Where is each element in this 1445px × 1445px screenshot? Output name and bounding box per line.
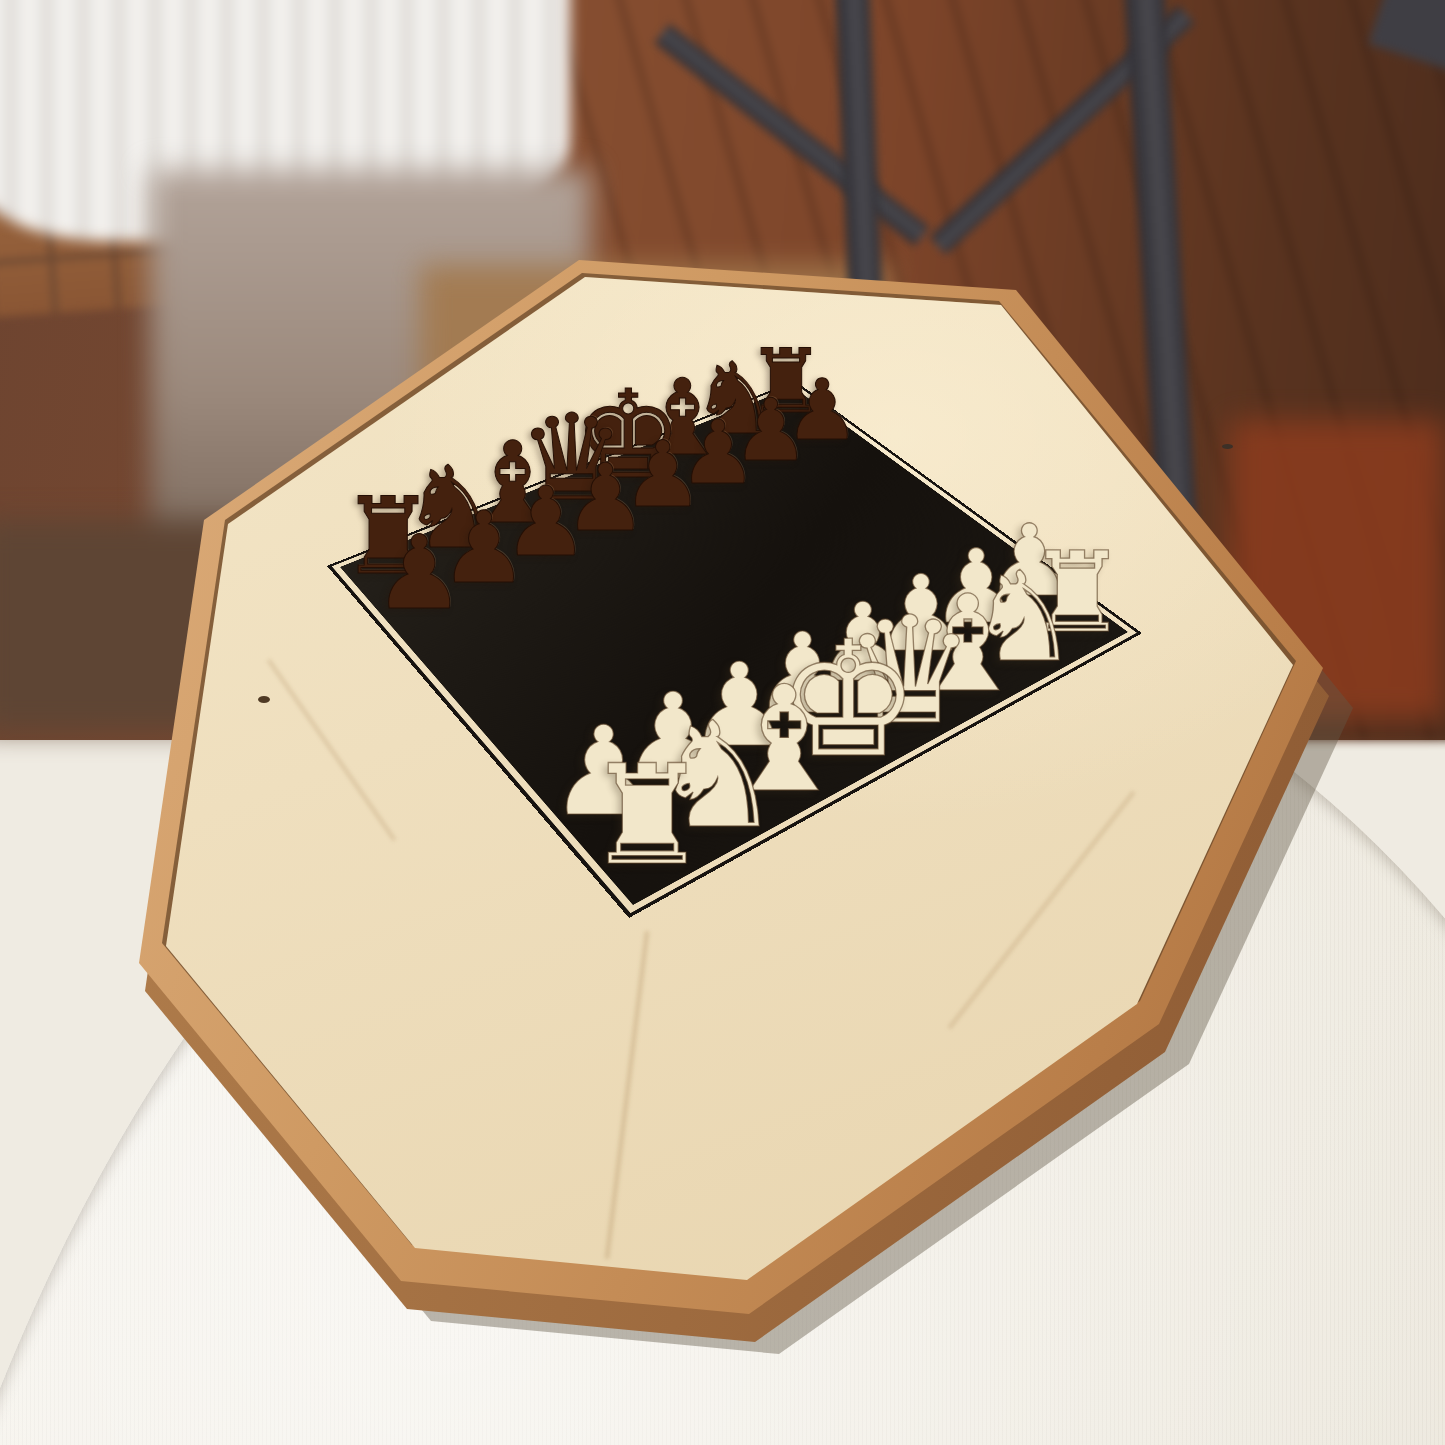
wood-knot [1222,444,1233,449]
piece-white-rook-a1[interactable]: ♜ [585,746,709,884]
scene: ♜♞♝♛♚♝♞♜♟♟♟♟♟♟♟♟♟♟♟♟♟♟♟♟♜♞♝♚♛♝♞♜ [0,0,1445,1445]
piece-black-pawn-a7[interactable]: ♟ [373,522,464,624]
wood-knot [258,696,270,703]
